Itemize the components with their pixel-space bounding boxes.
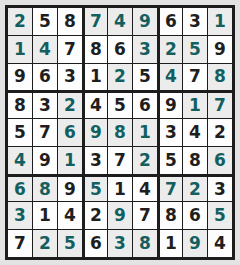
cell-r5c2[interactable]: 7	[33, 119, 57, 146]
cell-r7c3[interactable]: 9	[58, 175, 82, 202]
cell-r3c2[interactable]: 6	[33, 64, 57, 91]
cell-r3c6[interactable]: 5	[133, 64, 157, 91]
cell-r7c4[interactable]: 5	[83, 175, 107, 202]
cell-r5c6[interactable]: 1	[133, 119, 157, 146]
cell-r4c1[interactable]: 8	[8, 91, 32, 118]
cell-r2c7[interactable]: 2	[158, 36, 182, 63]
cell-r9c9[interactable]: 4	[208, 230, 232, 257]
cell-r3c1[interactable]: 9	[8, 64, 32, 91]
cell-r5c1[interactable]: 5	[8, 119, 32, 146]
cell-r7c6[interactable]: 4	[133, 175, 157, 202]
cell-r6c5[interactable]: 7	[108, 147, 132, 174]
cell-r6c4[interactable]: 3	[83, 147, 107, 174]
cell-r5c4[interactable]: 9	[83, 119, 107, 146]
cell-r8c4[interactable]: 2	[83, 202, 107, 229]
cell-r4c2[interactable]: 3	[33, 91, 57, 118]
sudoku-board: 2587496311478632599631254788324569175769…	[5, 5, 235, 260]
cell-r8c9[interactable]: 5	[208, 202, 232, 229]
cell-r6c2[interactable]: 9	[33, 147, 57, 174]
cell-r9c8[interactable]: 9	[183, 230, 207, 257]
cell-r9c2[interactable]: 2	[33, 230, 57, 257]
cell-r5c3[interactable]: 6	[58, 119, 82, 146]
cell-r3c7[interactable]: 4	[158, 64, 182, 91]
cell-r7c9[interactable]: 3	[208, 175, 232, 202]
cell-r2c3[interactable]: 7	[58, 36, 82, 63]
cell-r3c5[interactable]: 2	[108, 64, 132, 91]
cell-r7c1[interactable]: 6	[8, 175, 32, 202]
cell-r4c3[interactable]: 2	[58, 91, 82, 118]
cell-r2c1[interactable]: 1	[8, 36, 32, 63]
cell-r7c2[interactable]: 8	[33, 175, 57, 202]
cell-r2c6[interactable]: 3	[133, 36, 157, 63]
cell-r1c5[interactable]: 4	[108, 8, 132, 35]
cell-r6c8[interactable]: 8	[183, 147, 207, 174]
cell-r5c7[interactable]: 3	[158, 119, 182, 146]
cell-r9c1[interactable]: 7	[8, 230, 32, 257]
cell-r3c3[interactable]: 3	[58, 64, 82, 91]
cell-r2c8[interactable]: 5	[183, 36, 207, 63]
cell-r1c9[interactable]: 1	[208, 8, 232, 35]
cell-r8c7[interactable]: 8	[158, 202, 182, 229]
cell-r9c7[interactable]: 1	[158, 230, 182, 257]
cell-r2c9[interactable]: 9	[208, 36, 232, 63]
cell-r6c1[interactable]: 4	[8, 147, 32, 174]
cell-r8c2[interactable]: 1	[33, 202, 57, 229]
cell-r4c6[interactable]: 6	[133, 91, 157, 118]
cell-r1c8[interactable]: 3	[183, 8, 207, 35]
cell-r8c8[interactable]: 6	[183, 202, 207, 229]
cell-r2c4[interactable]: 8	[83, 36, 107, 63]
cell-r1c2[interactable]: 5	[33, 8, 57, 35]
cell-r6c7[interactable]: 5	[158, 147, 182, 174]
cell-r9c5[interactable]: 3	[108, 230, 132, 257]
cell-r4c8[interactable]: 1	[183, 91, 207, 118]
cell-r1c6[interactable]: 9	[133, 8, 157, 35]
sudoku-frame: 2587496311478632599631254788324569175769…	[0, 0, 240, 265]
cell-r8c3[interactable]: 4	[58, 202, 82, 229]
cell-r8c6[interactable]: 7	[133, 202, 157, 229]
cell-r7c7[interactable]: 7	[158, 175, 182, 202]
cell-r7c8[interactable]: 2	[183, 175, 207, 202]
cell-r1c4[interactable]: 7	[83, 8, 107, 35]
cell-r1c3[interactable]: 8	[58, 8, 82, 35]
cell-r6c9[interactable]: 6	[208, 147, 232, 174]
cell-r6c6[interactable]: 2	[133, 147, 157, 174]
cell-r2c5[interactable]: 6	[108, 36, 132, 63]
cell-r3c9[interactable]: 8	[208, 64, 232, 91]
cell-r5c5[interactable]: 8	[108, 119, 132, 146]
cell-r3c8[interactable]: 7	[183, 64, 207, 91]
cell-r1c7[interactable]: 6	[158, 8, 182, 35]
cell-r8c1[interactable]: 3	[8, 202, 32, 229]
cell-r7c5[interactable]: 1	[108, 175, 132, 202]
cell-r3c4[interactable]: 1	[83, 64, 107, 91]
cell-r4c9[interactable]: 7	[208, 91, 232, 118]
cell-r8c5[interactable]: 9	[108, 202, 132, 229]
cell-r6c3[interactable]: 1	[58, 147, 82, 174]
cell-r5c8[interactable]: 4	[183, 119, 207, 146]
cell-r1c1[interactable]: 2	[8, 8, 32, 35]
cell-r9c3[interactable]: 5	[58, 230, 82, 257]
cell-r5c9[interactable]: 2	[208, 119, 232, 146]
cell-r2c2[interactable]: 4	[33, 36, 57, 63]
cell-r4c4[interactable]: 4	[83, 91, 107, 118]
cell-r4c7[interactable]: 9	[158, 91, 182, 118]
cell-r9c6[interactable]: 8	[133, 230, 157, 257]
cell-r9c4[interactable]: 6	[83, 230, 107, 257]
cell-r4c5[interactable]: 5	[108, 91, 132, 118]
